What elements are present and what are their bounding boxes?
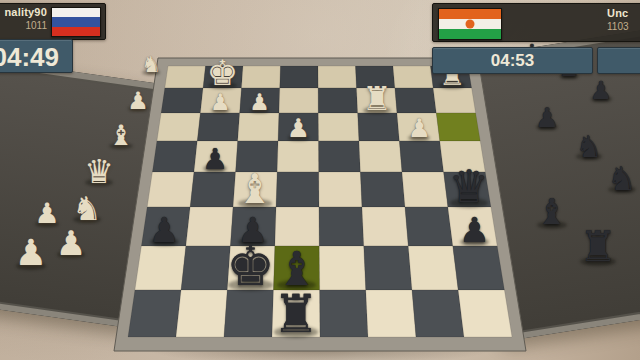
captured-white-knight: ♞ — [71, 192, 104, 225]
square-h4[interactable] — [152, 141, 197, 172]
square-h1[interactable] — [165, 66, 206, 88]
player-name-right: Unc — [607, 7, 640, 19]
captured-black-rook: ♜ — [577, 226, 619, 268]
player-rating-right: 1103 — [607, 21, 640, 32]
square-d6[interactable] — [319, 207, 364, 246]
square-d4[interactable] — [319, 141, 361, 172]
square-d7[interactable] — [319, 246, 366, 290]
game-screen: ♚♜♜♟♟♟♟♟♝♛♟♟♟♚♝♜♞♟♝♛♞♟♟♟♟♟♟♟♞♞♝♜ nality9… — [0, 0, 640, 360]
square-b8[interactable] — [412, 290, 464, 337]
square-c7[interactable] — [364, 246, 412, 290]
square-d3[interactable] — [318, 113, 359, 141]
piece-white-pawn[interactable]: ♟ — [248, 91, 271, 114]
square-g5[interactable] — [190, 172, 235, 207]
square-g3[interactable] — [197, 113, 239, 141]
piece-black-queen[interactable]: ♛ — [447, 165, 492, 210]
captured-black-knight: ♞ — [606, 162, 639, 195]
square-b4[interactable] — [399, 141, 443, 172]
russia-flag-icon — [51, 7, 101, 37]
captured-white-pawn: ♟ — [126, 89, 150, 113]
square-h2[interactable] — [161, 88, 203, 113]
square-d5[interactable] — [319, 172, 362, 207]
square-b2[interactable] — [395, 88, 436, 113]
piece-black-pawn[interactable]: ♟ — [457, 213, 492, 248]
piece-black-rook[interactable]: ♜ — [270, 288, 322, 340]
square-b6[interactable] — [405, 207, 453, 246]
piece-white-bishop[interactable]: ♝ — [234, 169, 275, 210]
captured-black-pawn: ♟ — [534, 104, 561, 131]
captured-white-bishop: ♝ — [107, 122, 135, 150]
piece-black-pawn[interactable]: ♟ — [147, 213, 182, 248]
square-f3[interactable] — [238, 113, 279, 141]
captured-white-pawn: ♟ — [54, 226, 88, 260]
piece-black-king[interactable]: ♚ — [224, 240, 278, 294]
clock-left: 04:49 — [0, 39, 73, 73]
square-c8[interactable] — [366, 290, 416, 337]
piece-black-pawn[interactable]: ♟ — [201, 145, 230, 174]
piece-white-pawn[interactable]: ♟ — [285, 116, 311, 142]
captured-white-pawn: ♟ — [13, 235, 49, 271]
captured-white-queen: ♛ — [83, 155, 116, 188]
player-panel-right: Unc 1103 — [432, 3, 640, 42]
square-b7[interactable] — [408, 246, 458, 290]
square-f1[interactable] — [242, 66, 281, 88]
captured-black-knight: ♞ — [574, 132, 604, 162]
player-rating-left: 1011 — [0, 20, 47, 31]
square-e6[interactable] — [275, 207, 319, 246]
side-button[interactable] — [597, 47, 640, 74]
square-e2[interactable] — [279, 88, 318, 113]
square-a7[interactable] — [453, 246, 505, 290]
captured-white-knight: ♞ — [140, 54, 162, 76]
clock-right: 04:53 — [432, 47, 593, 74]
square-a3[interactable] — [436, 113, 480, 141]
square-h8[interactable] — [128, 290, 181, 337]
piece-white-rook[interactable]: ♜ — [361, 82, 394, 115]
square-c5[interactable] — [360, 172, 405, 207]
piece-white-king[interactable]: ♚ — [205, 56, 240, 91]
square-h5[interactable] — [147, 172, 194, 207]
square-e5[interactable] — [276, 172, 319, 207]
piece-white-pawn[interactable]: ♟ — [406, 116, 432, 142]
square-d8[interactable] — [320, 290, 368, 337]
square-h3[interactable] — [157, 113, 201, 141]
captured-black-bishop: ♝ — [534, 194, 570, 230]
square-h7[interactable] — [135, 246, 186, 290]
square-d1[interactable] — [318, 66, 357, 88]
player-panel-left: nality90 1011 — [0, 3, 106, 40]
niger-flag-icon — [438, 8, 502, 40]
square-b1[interactable] — [393, 66, 433, 88]
square-c6[interactable] — [362, 207, 408, 246]
player-name-left: nality90 — [0, 6, 47, 18]
piece-white-pawn[interactable]: ♟ — [209, 91, 232, 114]
square-a8[interactable] — [458, 290, 512, 337]
square-d2[interactable] — [318, 88, 358, 113]
square-b5[interactable] — [402, 172, 448, 207]
square-e1[interactable] — [280, 66, 318, 88]
square-c4[interactable] — [359, 141, 402, 172]
square-g8[interactable] — [176, 290, 227, 337]
captured-black-pawn: ♟ — [589, 78, 614, 103]
square-e4[interactable] — [277, 141, 319, 172]
niger-flag-circle — [466, 20, 475, 29]
